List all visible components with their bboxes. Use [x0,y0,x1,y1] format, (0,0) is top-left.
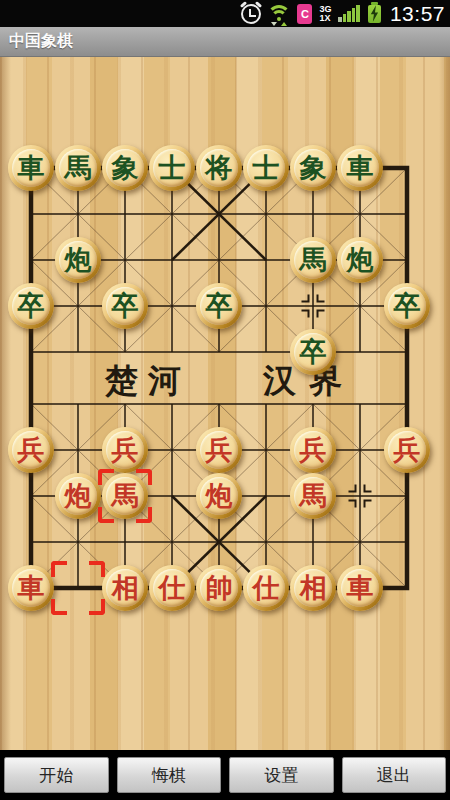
piece-glyph: 車 [18,575,45,602]
toolbar-button-settings[interactable]: 设置 [229,757,334,793]
piece-red-pawn[interactable]: 兵 [384,427,430,473]
piece-face: 炮 [200,477,238,515]
piece-glyph: 相 [112,575,139,602]
piece-glyph: 炮 [206,483,233,510]
piece-face: 士 [153,149,191,187]
piece-glyph: 馬 [300,247,327,274]
piece-glyph: 象 [300,155,327,182]
signal-strength-icon [338,5,360,22]
network-type-label: 3G 1X [319,5,331,23]
piece-red-cannon[interactable]: 炮 [55,473,101,519]
piece-face: 炮 [59,241,97,279]
charging-bolt-icon [368,5,381,23]
piece-black-rook[interactable]: 車 [337,145,383,191]
piece-face: 炮 [341,241,379,279]
piece-black-cannon[interactable]: 炮 [337,237,383,283]
piece-glyph: 卒 [300,339,327,366]
piece-face: 兵 [12,431,50,469]
piece-face: 車 [341,149,379,187]
piece-black-pawn[interactable]: 卒 [290,329,336,375]
piece-red-pawn[interactable]: 兵 [196,427,242,473]
piece-face: 馬 [294,241,332,279]
piece-glyph: 兵 [112,437,139,464]
piece-black-pawn[interactable]: 卒 [8,283,54,329]
piece-glyph: 卒 [112,293,139,320]
piece-red-elephant[interactable]: 相 [290,565,336,611]
xiangqi-board[interactable] [0,0,450,800]
piece-glyph: 仕 [159,575,186,602]
network-1x-label: 1X [319,14,331,23]
status-bar: C 3G 1X 13:57 [0,0,450,27]
app-screen: C 3G 1X 13:57 中国象棋 楚河 汉界 車馬象士将士象車炮馬炮卒卒卒卒… [0,0,450,800]
piece-red-elephant[interactable]: 相 [102,565,148,611]
piece-glyph: 将 [206,155,233,182]
piece-black-pawn[interactable]: 卒 [384,283,430,329]
piece-face: 車 [341,569,379,607]
battery-icon [368,5,381,23]
piece-black-rook[interactable]: 車 [8,145,54,191]
piece-glyph: 兵 [300,437,327,464]
piece-face: 士 [247,149,285,187]
piece-glyph: 車 [18,155,45,182]
piece-red-pawn[interactable]: 兵 [290,427,336,473]
piece-glyph: 相 [300,575,327,602]
piece-black-pawn[interactable]: 卒 [196,283,242,329]
piece-glyph: 馬 [300,483,327,510]
piece-glyph: 帥 [206,575,233,602]
piece-glyph: 兵 [394,437,421,464]
piece-face: 馬 [294,477,332,515]
piece-red-advisor[interactable]: 仕 [149,565,195,611]
piece-glyph: 車 [347,575,374,602]
piece-glyph: 卒 [206,293,233,320]
piece-black-pawn[interactable]: 卒 [102,283,148,329]
piece-black-advisor[interactable]: 士 [243,145,289,191]
piece-face: 卒 [388,287,426,325]
status-bar-clock: 13:57 [390,2,445,26]
piece-red-rook[interactable]: 車 [8,565,54,611]
piece-black-horse[interactable]: 馬 [55,145,101,191]
piece-face: 卒 [200,287,238,325]
piece-red-horse[interactable]: 馬 [290,473,336,519]
piece-black-advisor[interactable]: 士 [149,145,195,191]
alarm-clock-icon [241,4,261,24]
last-move-to-marker [98,469,152,523]
piece-face: 相 [294,569,332,607]
wifi-icon [268,5,290,23]
toolbar-button-exit[interactable]: 退出 [342,757,447,793]
piece-face: 馬 [59,149,97,187]
piece-face: 兵 [294,431,332,469]
piece-face: 卒 [12,287,50,325]
piece-glyph: 士 [159,155,186,182]
piece-glyph: 兵 [18,437,45,464]
piece-face: 象 [294,149,332,187]
piece-red-rook[interactable]: 車 [337,565,383,611]
piece-red-advisor[interactable]: 仕 [243,565,289,611]
piece-black-elephant[interactable]: 象 [102,145,148,191]
piece-glyph: 炮 [347,247,374,274]
bottom-toolbar: 开始悔棋设置退出 [0,750,450,800]
piece-glyph: 兵 [206,437,233,464]
piece-glyph: 炮 [65,483,92,510]
piece-glyph: 象 [112,155,139,182]
piece-glyph: 炮 [65,247,92,274]
piece-glyph: 卒 [394,293,421,320]
piece-face: 兵 [388,431,426,469]
piece-glyph: 仕 [253,575,280,602]
piece-black-horse[interactable]: 馬 [290,237,336,283]
sim-card-icon: C [297,4,312,24]
toolbar-button-undo[interactable]: 悔棋 [117,757,222,793]
piece-face: 仕 [247,569,285,607]
last-move-from-marker [51,561,105,615]
piece-face: 車 [12,569,50,607]
piece-face: 卒 [106,287,144,325]
piece-red-pawn[interactable]: 兵 [8,427,54,473]
piece-face: 相 [106,569,144,607]
piece-face: 車 [12,149,50,187]
title-bar: 中国象棋 [0,27,450,57]
piece-face: 兵 [200,431,238,469]
app-title: 中国象棋 [9,31,73,52]
piece-red-general[interactable]: 帥 [196,565,242,611]
piece-face: 仕 [153,569,191,607]
piece-glyph: 士 [253,155,280,182]
piece-face: 兵 [106,431,144,469]
piece-glyph: 馬 [65,155,92,182]
piece-face: 象 [106,149,144,187]
piece-black-elephant[interactable]: 象 [290,145,336,191]
piece-black-general[interactable]: 将 [196,145,242,191]
piece-red-pawn[interactable]: 兵 [102,427,148,473]
piece-face: 卒 [294,333,332,371]
piece-red-cannon[interactable]: 炮 [196,473,242,519]
piece-face: 将 [200,149,238,187]
piece-glyph: 卒 [18,293,45,320]
piece-face: 炮 [59,477,97,515]
piece-black-cannon[interactable]: 炮 [55,237,101,283]
river-label-chu-he: 楚河 [105,359,191,404]
toolbar-button-start[interactable]: 开始 [4,757,109,793]
piece-glyph: 車 [347,155,374,182]
piece-face: 帥 [200,569,238,607]
